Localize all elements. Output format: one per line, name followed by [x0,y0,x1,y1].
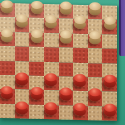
square-r2c3 [44,33,59,48]
red-piece-top [31,87,43,95]
square-r1c5[interactable] [73,19,88,34]
natural-piece[interactable] [1,29,13,42]
natural-piece-top [60,30,72,38]
natural-piece-top [31,1,43,9]
natural-piece-top [104,17,116,25]
red-piece[interactable] [74,74,86,87]
red-piece-top [104,74,116,82]
square-r6c6[interactable] [88,91,103,106]
square-r7c7[interactable] [102,106,117,121]
red-piece-top [104,103,116,111]
square-r3c3[interactable] [44,47,59,62]
natural-piece-top [74,16,86,24]
natural-piece-top [1,0,13,8]
square-r2c4[interactable] [59,33,74,48]
red-piece[interactable] [89,88,101,101]
red-piece-top [74,74,86,82]
square-r0c4[interactable] [59,4,74,19]
square-r1c3[interactable] [44,18,59,33]
natural-piece-top [16,15,28,23]
square-r2c7 [102,34,117,49]
square-r3c4 [59,48,74,63]
square-r7c6 [88,106,103,121]
adjacent-board-edge [119,0,125,56]
square-r0c6[interactable] [88,5,103,20]
natural-piece[interactable] [60,1,72,14]
square-r3c7[interactable] [102,49,117,64]
natural-piece-top [31,29,43,37]
red-piece[interactable] [16,72,28,85]
square-r1c1[interactable] [15,18,30,33]
natural-piece[interactable] [89,2,101,15]
square-r2c2[interactable] [29,32,44,47]
square-r5c5[interactable] [73,77,88,92]
square-r5c3[interactable] [44,76,59,91]
red-piece-top [89,88,101,96]
square-r6c4[interactable] [59,91,74,106]
square-r7c2 [29,104,44,119]
red-piece[interactable] [1,86,13,99]
square-r3c5[interactable] [73,48,88,63]
square-r7c0 [0,104,15,119]
natural-piece[interactable] [16,15,28,28]
square-r1c7[interactable] [102,20,117,35]
natural-piece[interactable] [89,31,101,44]
red-piece[interactable] [31,87,43,100]
red-piece-top [16,72,28,80]
natural-piece-top [89,2,101,10]
square-r5c7[interactable] [102,77,117,92]
square-r4c6[interactable] [88,63,103,78]
table-surface [0,0,125,125]
red-piece-top [45,73,57,81]
natural-piece[interactable] [60,30,72,43]
square-r4c0[interactable] [0,61,15,76]
square-r6c0[interactable] [0,89,15,104]
square-r2c5 [73,34,88,49]
natural-piece[interactable] [45,15,57,28]
red-piece-top [45,102,57,110]
square-r7c1[interactable] [15,104,30,119]
red-piece[interactable] [104,74,116,87]
red-piece[interactable] [45,102,57,115]
square-r3c1[interactable] [15,46,30,61]
red-piece-top [74,102,86,110]
square-r0c0[interactable] [0,3,15,18]
square-r6c2[interactable] [29,90,44,105]
red-piece[interactable] [60,88,72,101]
red-piece-top [16,101,28,109]
square-r2c1 [15,32,30,47]
square-r7c5[interactable] [73,105,88,120]
square-r7c4 [59,105,74,120]
red-piece[interactable] [104,103,116,116]
square-r2c6[interactable] [88,34,103,49]
natural-piece[interactable] [74,16,86,29]
square-r3c6 [88,48,103,63]
natural-piece-top [1,29,13,37]
natural-piece[interactable] [1,0,13,13]
natural-piece-top [60,1,72,9]
red-piece[interactable] [16,101,28,114]
natural-piece[interactable] [104,17,116,30]
square-r3c0 [0,46,15,61]
square-r4c2[interactable] [29,61,44,76]
red-piece[interactable] [74,102,86,115]
red-piece-top [1,86,13,94]
natural-piece-top [45,15,57,23]
square-r2c0[interactable] [0,32,15,47]
square-r0c2[interactable] [29,4,44,19]
square-r5c1[interactable] [15,75,30,90]
red-piece[interactable] [45,73,57,86]
square-r4c4[interactable] [59,62,74,77]
natural-piece-top [89,31,101,39]
natural-piece[interactable] [31,29,43,42]
red-piece-top [60,88,72,96]
natural-piece[interactable] [31,1,43,14]
square-r7c3[interactable] [44,105,59,120]
checkers-board [0,3,117,121]
square-r3c2 [29,47,44,62]
